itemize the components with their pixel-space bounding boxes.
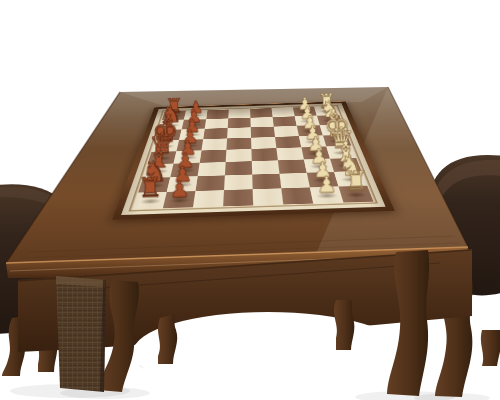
square-r7-c0: ♜ — [133, 192, 167, 209]
square-r7-c4 — [253, 188, 284, 205]
chessboard: ♜♟♟♜♞♟♟♞♝♟♟♝♚♟♟♚♛♟♟♛♝♟♟♝♞♟♟♞♜♟♟♜ — [112, 101, 395, 220]
square-r2-c3 — [227, 127, 251, 138]
square-r6-c3 — [224, 175, 253, 191]
square-r6-c2 — [195, 175, 225, 191]
piece-black-rook: ♜ — [137, 174, 162, 202]
square-r3-c3 — [226, 138, 251, 150]
piece-white-rook: ♜ — [343, 167, 368, 195]
square-r7-c5 — [281, 187, 313, 204]
square-r4-c4 — [251, 148, 277, 161]
board-border: ♜♟♟♜♞♟♟♞♝♟♟♝♚♟♟♚♛♟♟♛♝♟♟♝♞♟♟♞♜♟♟♜ — [121, 103, 385, 215]
square-r7-c3 — [223, 189, 253, 206]
square-r7-c2 — [193, 190, 224, 207]
square-r2-c5 — [274, 126, 299, 137]
board-frame: ♜♟♟♜♞♟♟♞♝♟♟♝♚♟♟♚♛♟♟♛♝♟♟♝♞♟♟♞♜♟♟♜ — [112, 101, 395, 220]
board-grid: ♜♟♟♜♞♟♟♞♝♟♟♝♚♟♟♚♛♟♟♛♝♟♟♝♞♟♟♞♜♟♟♜ — [133, 106, 374, 209]
square-r5-c3 — [225, 161, 252, 175]
square-r6-c5 — [280, 173, 310, 188]
square-r7-c1: ♟ — [163, 191, 196, 208]
square-r1-c5 — [273, 116, 297, 126]
square-r5-c4 — [252, 160, 280, 174]
square-r3-c4 — [251, 137, 276, 149]
square-r3-c5 — [275, 136, 301, 148]
chessboard-area: ♜♟♟♜♞♟♟♞♝♟♟♝♚♟♟♚♛♟♟♛♝♟♟♝♞♟♟♞♜♟♟♜ — [0, 0, 500, 400]
square-r4-c2 — [200, 150, 227, 163]
product-photo: ♜♟♟♜♞♟♟♞♝♟♟♝♚♟♟♚♛♟♟♛♝♟♟♝♞♟♟♞♜♟♟♜ — [0, 0, 500, 400]
square-r4-c3 — [226, 149, 252, 162]
board-perspective: ♜♟♟♜♞♟♟♞♝♟♟♝♚♟♟♚♛♟♟♛♝♟♟♝♞♟♟♞♜♟♟♜ — [0, 0, 500, 400]
piece-black-pawn: ♟ — [169, 178, 190, 201]
square-r3-c2 — [201, 138, 227, 150]
piece-white-pawn: ♟ — [316, 173, 337, 196]
square-r5-c2 — [198, 162, 226, 176]
square-r7-c7: ♜ — [339, 186, 374, 203]
square-r5-c5 — [278, 160, 307, 174]
square-r6-c4 — [252, 174, 281, 190]
square-r4-c5 — [276, 147, 304, 160]
square-r2-c2 — [203, 128, 228, 139]
square-r2-c4 — [251, 127, 275, 138]
